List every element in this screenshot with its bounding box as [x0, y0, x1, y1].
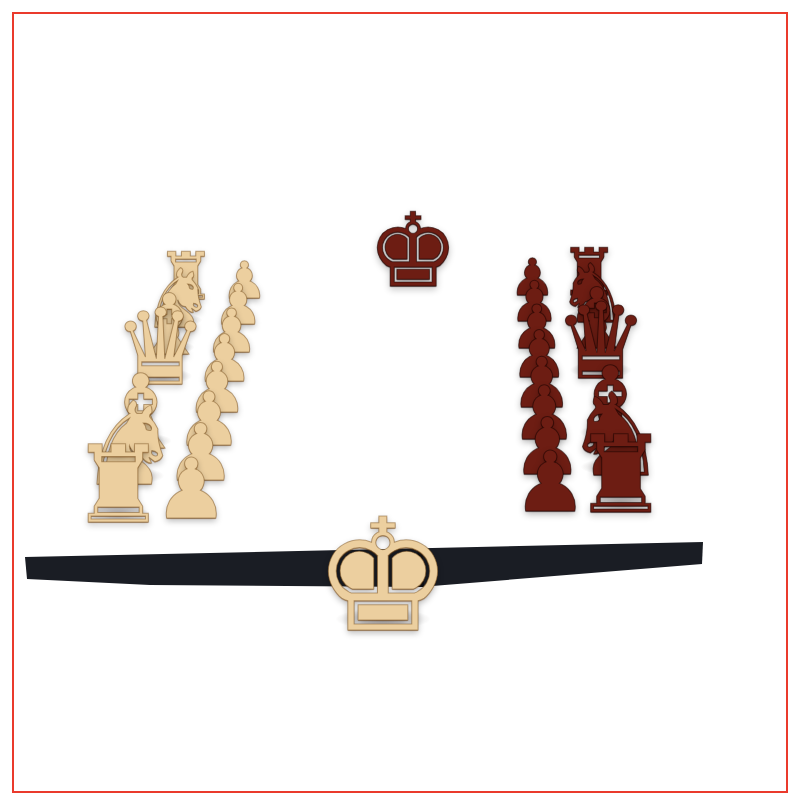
- square-c3: [259, 333, 326, 362]
- square-h8: [583, 486, 659, 525]
- square-e4: [313, 390, 382, 423]
- square-d3: [253, 361, 322, 392]
- square-c5: [384, 332, 446, 361]
- square-h3: [224, 493, 303, 533]
- chessboard-frame: [25, 266, 703, 560]
- square-f3: [239, 423, 313, 458]
- square-d1: [123, 363, 196, 394]
- square-e2: [180, 392, 254, 425]
- square-b6: [446, 305, 506, 332]
- square-a7: [503, 280, 562, 305]
- square-g1: [88, 459, 170, 497]
- square-g3: [232, 457, 308, 495]
- square-g4: [303, 456, 377, 493]
- square-f2: [170, 424, 246, 459]
- square-d2: [188, 362, 259, 393]
- chessboard-3d-wrapper: [0, 0, 800, 805]
- square-a1: [152, 283, 218, 309]
- square-e7: [509, 387, 576, 419]
- square-d4: [318, 361, 384, 392]
- square-e5: [379, 389, 445, 422]
- square-d5: [382, 360, 446, 391]
- square-e3: [247, 391, 318, 424]
- square-b4: [326, 306, 388, 333]
- square-c7: [506, 330, 569, 358]
- square-a5: [388, 281, 447, 306]
- square-a3: [271, 282, 333, 308]
- square-f4: [308, 422, 379, 457]
- square-b2: [204, 308, 271, 335]
- square-g7: [512, 452, 583, 489]
- square-g6: [444, 453, 514, 490]
- square-c1: [133, 335, 204, 364]
- square-e8: [572, 386, 640, 418]
- square-c4: [322, 333, 386, 362]
- square-a6: [447, 280, 505, 305]
- square-g5: [374, 454, 445, 491]
- square-b7: [505, 304, 566, 331]
- square-e1: [112, 393, 188, 426]
- square-c8: [565, 330, 629, 358]
- square-b1: [143, 308, 212, 335]
- square-a8: [559, 279, 619, 304]
- square-f6: [445, 420, 513, 455]
- square-h1: [75, 496, 160, 537]
- chess-set-product-photo: ♚ ♜♟♟♜♞♟♟♞♝♟♟♝♛♟♟♛♟♟♝♟♟♝♞♟♟♞♜♟♟♜♚: [0, 0, 800, 805]
- square-h7: [514, 487, 588, 527]
- square-e6: [445, 388, 510, 420]
- square-h5: [371, 490, 444, 530]
- square-f1: [101, 425, 180, 460]
- chessboard-grid: [71, 278, 663, 538]
- square-h6: [444, 489, 516, 529]
- square-b5: [386, 306, 446, 333]
- square-g2: [160, 458, 239, 496]
- square-c6: [446, 331, 507, 360]
- square-h4: [297, 492, 373, 532]
- square-c2: [197, 334, 266, 363]
- square-d6: [445, 359, 508, 389]
- square-a2: [212, 283, 276, 309]
- square-g8: [579, 451, 652, 488]
- square-b8: [562, 304, 624, 331]
- square-d7: [507, 358, 572, 388]
- square-d8: [569, 357, 635, 387]
- square-h2: [149, 494, 231, 534]
- square-f5: [377, 421, 445, 456]
- square-f8: [576, 418, 647, 452]
- square-b3: [265, 307, 329, 334]
- square-a4: [330, 282, 391, 308]
- square-f7: [510, 419, 579, 453]
